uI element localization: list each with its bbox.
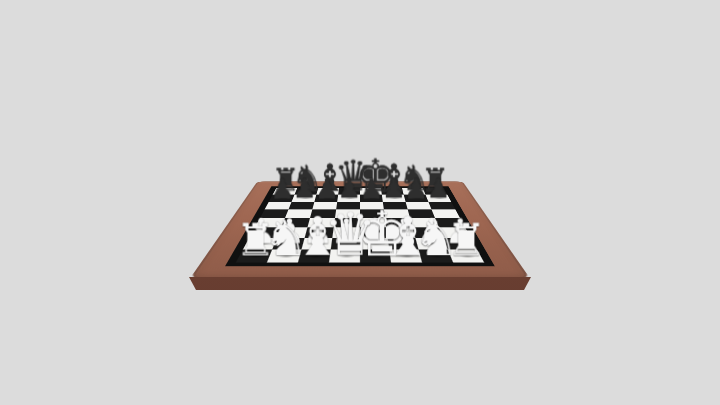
viewer-canvas[interactable]: ♜♞♝♛♚♝♞♜♟♟♟♟♟♟♟♟♟♟♟♟♟♟♟♟♜♞♝♛♚♝♞♜ (0, 0, 720, 405)
square-g6 (406, 202, 432, 210)
square-b5 (285, 209, 312, 218)
square-b7 (292, 195, 317, 202)
piece-shadow (279, 241, 301, 247)
square-f6 (383, 202, 408, 210)
square-h3 (439, 227, 471, 237)
square-f7 (382, 195, 406, 202)
piece-shadow (335, 253, 357, 259)
piece-shadow (425, 253, 449, 259)
square-b3 (277, 227, 308, 237)
square-g7 (404, 195, 429, 202)
square-a3 (249, 227, 281, 237)
piece-shadow (365, 253, 387, 259)
square-e5 (360, 209, 385, 218)
square-f3 (386, 227, 415, 237)
square-d7 (337, 195, 360, 202)
scene: ♜♞♝♛♚♝♞♜♟♟♟♟♟♟♟♟♟♟♟♟♟♟♟♟♜♞♝♛♚♝♞♜ (0, 0, 720, 405)
piece-shadow (274, 253, 298, 259)
square-c3 (305, 227, 334, 237)
piece-shadow (421, 241, 443, 247)
square-d6 (336, 202, 360, 210)
squares-grid (236, 188, 484, 263)
square-c6 (312, 202, 337, 210)
square-h7 (425, 195, 451, 202)
square-h5 (432, 209, 460, 218)
square-c5 (310, 209, 336, 218)
square-b6 (288, 202, 314, 210)
piece-shadow (304, 253, 327, 259)
square-e6 (360, 202, 384, 210)
square-d3 (332, 227, 360, 237)
square-g3 (413, 227, 444, 237)
piece-shadow (308, 241, 330, 247)
square-c7 (314, 195, 338, 202)
piece-shadow (336, 241, 357, 247)
square-h6 (428, 202, 455, 210)
square-e3 (360, 227, 388, 237)
piece-shadow (365, 241, 386, 247)
piece-shadow (393, 241, 415, 247)
square-d5 (335, 209, 360, 218)
piece-shadow (395, 253, 418, 259)
square-g5 (408, 209, 435, 218)
square-e7 (360, 195, 383, 202)
chess-board: ♜♞♝♛♚♝♞♜♟♟♟♟♟♟♟♟♟♟♟♟♟♟♟♟♜♞♝♛♚♝♞♜ (190, 181, 531, 279)
square-f5 (384, 209, 410, 218)
